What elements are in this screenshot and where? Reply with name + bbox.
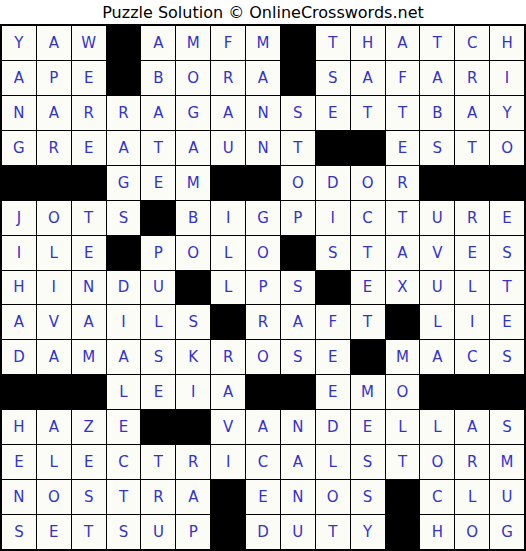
letter-cell: L [386, 410, 420, 444]
letter-cell: A [176, 131, 210, 165]
letter-cell: A [281, 305, 315, 339]
letter-cell: M [246, 26, 280, 60]
letter-cell: U [281, 515, 315, 549]
letter-cell: B [420, 96, 454, 130]
letter-cell: O [281, 166, 315, 200]
letter-cell: R [386, 166, 420, 200]
block-cell [211, 480, 245, 514]
letter-cell: L [37, 236, 71, 270]
letter-cell: T [490, 271, 524, 305]
letter-cell: F [211, 26, 245, 60]
block-cell [37, 375, 71, 409]
letter-cell: A [211, 375, 245, 409]
letter-cell: A [386, 236, 420, 270]
block-cell [176, 410, 210, 444]
letter-cell: E [316, 375, 350, 409]
letter-cell: N [281, 480, 315, 514]
letter-cell: N [72, 271, 106, 305]
letter-cell: A [420, 340, 454, 374]
letter-cell: S [490, 410, 524, 444]
letter-cell: C [351, 201, 385, 235]
letter-cell: Y [351, 515, 385, 549]
letter-cell: L [455, 271, 489, 305]
letter-cell: A [420, 61, 454, 95]
letter-cell: T [351, 96, 385, 130]
letter-cell: G [246, 201, 280, 235]
letter-cell: M [176, 166, 210, 200]
letter-cell: S [351, 445, 385, 479]
block-cell [176, 271, 210, 305]
letter-cell: C [455, 340, 489, 374]
letter-cell: T [386, 445, 420, 479]
letter-cell: K [176, 340, 210, 374]
block-cell [455, 375, 489, 409]
block-cell [386, 480, 420, 514]
letter-cell: P [246, 271, 280, 305]
letter-cell: D [316, 166, 350, 200]
title-bar: Puzzle Solution © OnlineCrosswords.net [0, 0, 526, 24]
letter-cell: P [37, 61, 71, 95]
letter-cell: N [281, 410, 315, 444]
letter-cell: S [176, 305, 210, 339]
letter-cell: I [176, 375, 210, 409]
letter-cell: O [176, 61, 210, 95]
letter-cell: I [316, 201, 350, 235]
letter-cell: A [246, 410, 280, 444]
letter-cell: R [211, 340, 245, 374]
letter-cell: U [141, 271, 175, 305]
letter-cell: A [246, 61, 280, 95]
block-cell [211, 166, 245, 200]
letter-cell: A [211, 96, 245, 130]
letter-cell: A [37, 96, 71, 130]
letter-cell: R [211, 61, 245, 95]
letter-cell: H [420, 515, 454, 549]
letter-cell: T [141, 445, 175, 479]
letter-cell: O [246, 340, 280, 374]
block-cell [420, 375, 454, 409]
letter-cell: V [211, 410, 245, 444]
letter-cell: I [490, 61, 524, 95]
letter-cell: Z [72, 410, 106, 444]
letter-cell: M [72, 340, 106, 374]
letter-cell: T [351, 236, 385, 270]
letter-cell: R [246, 305, 280, 339]
letter-cell: E [351, 271, 385, 305]
letter-cell: C [246, 445, 280, 479]
letter-cell: C [455, 26, 489, 60]
letter-cell: E [455, 236, 489, 270]
letter-cell: E [107, 410, 141, 444]
letter-cell: F [386, 61, 420, 95]
letter-cell: N [246, 96, 280, 130]
block-cell [351, 131, 385, 165]
letter-cell: A [107, 340, 141, 374]
letter-cell: T [455, 131, 489, 165]
letter-cell: F [316, 305, 350, 339]
letter-cell: O [316, 480, 350, 514]
puzzle-solution-page: Puzzle Solution © OnlineCrosswords.net Y… [0, 0, 526, 551]
letter-cell: E [72, 445, 106, 479]
letter-cell: U [420, 271, 454, 305]
letter-cell: I [211, 445, 245, 479]
letter-cell: E [246, 480, 280, 514]
letter-cell: A [176, 480, 210, 514]
letter-cell: D [246, 515, 280, 549]
letter-cell: O [246, 236, 280, 270]
letter-cell: S [107, 515, 141, 549]
letter-cell: N [2, 480, 36, 514]
letter-cell: S [490, 340, 524, 374]
letter-cell: G [176, 96, 210, 130]
letter-cell: V [37, 305, 71, 339]
letter-cell: S [281, 96, 315, 130]
letter-cell: B [176, 201, 210, 235]
letter-cell: T [351, 305, 385, 339]
letter-cell: T [141, 131, 175, 165]
letter-cell: T [386, 96, 420, 130]
letter-cell: E [72, 131, 106, 165]
letter-cell: Y [490, 96, 524, 130]
block-cell [72, 375, 106, 409]
letter-cell: L [37, 445, 71, 479]
letter-cell: D [316, 410, 350, 444]
letter-cell: O [176, 236, 210, 270]
letter-cell: O [490, 131, 524, 165]
letter-cell: U [211, 131, 245, 165]
letter-cell: O [386, 375, 420, 409]
letter-cell: U [141, 515, 175, 549]
letter-cell: T [316, 515, 350, 549]
letter-cell: E [386, 131, 420, 165]
letter-cell: T [386, 201, 420, 235]
letter-cell: A [455, 96, 489, 130]
letter-cell: T [107, 480, 141, 514]
letter-cell: T [420, 26, 454, 60]
letter-cell: I [37, 271, 71, 305]
letter-cell: L [107, 375, 141, 409]
letter-cell: G [490, 515, 524, 549]
letter-cell: S [281, 340, 315, 374]
letter-cell: E [490, 305, 524, 339]
letter-cell: V [420, 236, 454, 270]
letter-cell: S [351, 480, 385, 514]
letter-cell: L [141, 305, 175, 339]
letter-cell: P [141, 236, 175, 270]
block-cell [107, 26, 141, 60]
letter-cell: H [351, 26, 385, 60]
letter-cell: E [141, 375, 175, 409]
letter-cell: W [72, 26, 106, 60]
letter-cell: R [37, 131, 71, 165]
letter-cell: A [107, 131, 141, 165]
letter-cell: O [37, 201, 71, 235]
letter-cell: R [455, 61, 489, 95]
letter-cell: G [107, 166, 141, 200]
letter-cell: C [107, 445, 141, 479]
letter-cell: R [107, 96, 141, 130]
letter-cell: O [351, 166, 385, 200]
letter-cell: A [141, 96, 175, 130]
block-cell [211, 515, 245, 549]
block-cell [246, 375, 280, 409]
block-cell [107, 236, 141, 270]
letter-cell: Y [2, 26, 36, 60]
letter-cell: A [37, 340, 71, 374]
letter-cell: O [420, 445, 454, 479]
letter-cell: X [386, 271, 420, 305]
block-cell [281, 61, 315, 95]
letter-cell: A [72, 305, 106, 339]
block-cell [141, 201, 175, 235]
letter-cell: B [141, 61, 175, 95]
letter-cell: S [281, 271, 315, 305]
letter-cell: A [455, 410, 489, 444]
block-cell [281, 236, 315, 270]
letter-cell: A [2, 61, 36, 95]
letter-cell: S [316, 236, 350, 270]
letter-cell: R [141, 480, 175, 514]
block-cell [72, 166, 106, 200]
letter-cell: M [176, 26, 210, 60]
block-cell [107, 61, 141, 95]
letter-cell: S [72, 480, 106, 514]
block-cell [2, 166, 36, 200]
block-cell [386, 305, 420, 339]
letter-cell: M [351, 375, 385, 409]
letter-cell: O [37, 480, 71, 514]
letter-cell: S [2, 515, 36, 549]
letter-cell: A [37, 26, 71, 60]
page-title: Puzzle Solution © OnlineCrosswords.net [102, 3, 424, 22]
block-cell [37, 166, 71, 200]
letter-cell: A [386, 26, 420, 60]
letter-cell: S [420, 131, 454, 165]
letter-cell: G [2, 131, 36, 165]
block-cell [211, 305, 245, 339]
letter-cell: U [420, 201, 454, 235]
block-cell [386, 515, 420, 549]
letter-cell: E [141, 166, 175, 200]
letter-cell: T [72, 201, 106, 235]
letter-cell: R [455, 445, 489, 479]
letter-cell: D [2, 340, 36, 374]
letter-cell: P [281, 201, 315, 235]
letter-cell: R [176, 445, 210, 479]
letter-cell: I [211, 201, 245, 235]
letter-cell: E [72, 236, 106, 270]
letter-cell: H [490, 26, 524, 60]
letter-cell: T [72, 515, 106, 549]
letter-cell: E [316, 340, 350, 374]
letter-cell: L [455, 480, 489, 514]
letter-cell: E [351, 410, 385, 444]
block-cell [2, 375, 36, 409]
letter-cell: E [2, 445, 36, 479]
letter-cell: J [2, 201, 36, 235]
letter-cell: T [316, 26, 350, 60]
letter-cell: S [107, 201, 141, 235]
block-cell [141, 410, 175, 444]
letter-cell: A [141, 26, 175, 60]
letter-cell: S [316, 61, 350, 95]
block-cell [455, 166, 489, 200]
letter-cell: L [211, 271, 245, 305]
letter-cell: E [37, 515, 71, 549]
letter-cell: L [316, 445, 350, 479]
letter-cell: E [316, 96, 350, 130]
letter-cell: I [455, 305, 489, 339]
letter-cell: D [107, 271, 141, 305]
letter-cell: C [420, 480, 454, 514]
letter-cell: O [455, 515, 489, 549]
letter-cell: M [386, 340, 420, 374]
letter-cell: E [72, 61, 106, 95]
letter-cell: H [2, 410, 36, 444]
block-cell [420, 166, 454, 200]
block-cell [316, 271, 350, 305]
letter-cell: I [107, 305, 141, 339]
block-cell [246, 166, 280, 200]
block-cell [490, 375, 524, 409]
letter-cell: U [490, 480, 524, 514]
letter-cell: A [2, 305, 36, 339]
block-cell [490, 166, 524, 200]
letter-cell: S [141, 340, 175, 374]
letter-cell: L [420, 410, 454, 444]
crossword-grid: YAWAMFMTHATCHAPEBORASAFARINARRAGANSETTBA… [0, 24, 526, 551]
letter-cell: N [2, 96, 36, 130]
letter-cell: E [490, 201, 524, 235]
letter-cell: L [211, 236, 245, 270]
letter-cell: R [455, 201, 489, 235]
letter-cell: A [37, 410, 71, 444]
letter-cell: T [281, 131, 315, 165]
block-cell [281, 26, 315, 60]
letter-cell: I [2, 236, 36, 270]
letter-cell: A [351, 61, 385, 95]
letter-cell: R [72, 96, 106, 130]
block-cell [316, 131, 350, 165]
letter-cell: M [490, 445, 524, 479]
letter-cell: L [420, 305, 454, 339]
letter-cell: S [490, 236, 524, 270]
letter-cell: P [176, 515, 210, 549]
block-cell [351, 340, 385, 374]
letter-cell: N [246, 131, 280, 165]
letter-cell: A [281, 445, 315, 479]
block-cell [281, 375, 315, 409]
letter-cell: H [2, 271, 36, 305]
